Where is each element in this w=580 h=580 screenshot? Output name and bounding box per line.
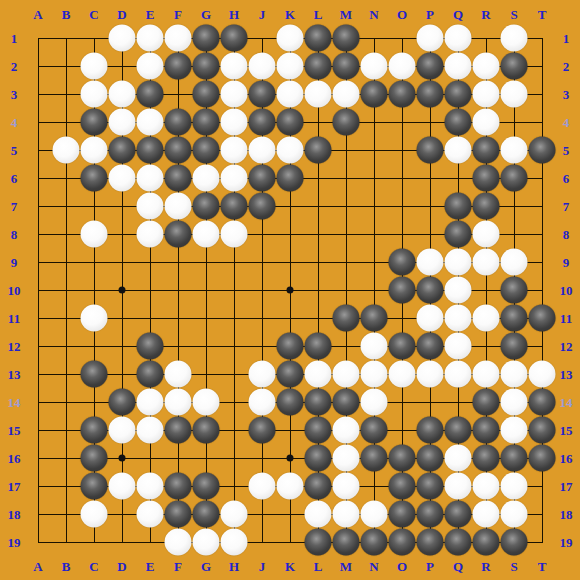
stone-black-R6[interactable]	[473, 165, 500, 192]
stone-black-P10[interactable]	[417, 277, 444, 304]
stone-white-P9[interactable]	[417, 249, 444, 276]
stone-white-R2[interactable]	[473, 53, 500, 80]
stone-white-G14[interactable]	[193, 389, 220, 416]
stone-black-K12[interactable]	[277, 333, 304, 360]
stone-black-R5[interactable]	[473, 137, 500, 164]
hoshi-point-D10	[119, 287, 126, 294]
row-label-left-5: 5	[11, 144, 18, 157]
stone-white-C18[interactable]	[81, 501, 108, 528]
stone-black-T5[interactable]	[529, 137, 556, 164]
col-label-bottom-S: S	[510, 560, 517, 573]
row-label-right-19: 19	[560, 536, 573, 549]
stone-black-P15[interactable]	[417, 417, 444, 444]
stone-white-C11[interactable]	[81, 305, 108, 332]
stone-white-R4[interactable]	[473, 109, 500, 136]
stone-black-F5[interactable]	[165, 137, 192, 164]
stone-white-Q16[interactable]	[445, 445, 472, 472]
stone-black-C13[interactable]	[81, 361, 108, 388]
stone-white-S17[interactable]	[501, 473, 528, 500]
row-label-left-6: 6	[11, 172, 18, 185]
stone-white-Q13[interactable]	[445, 361, 472, 388]
stone-black-L1[interactable]	[305, 25, 332, 52]
row-label-right-5: 5	[563, 144, 570, 157]
stone-white-J17[interactable]	[249, 473, 276, 500]
stone-white-M15[interactable]	[333, 417, 360, 444]
stone-black-D5[interactable]	[109, 137, 136, 164]
stone-black-S11[interactable]	[501, 305, 528, 332]
stone-white-Q5[interactable]	[445, 137, 472, 164]
stone-white-S9[interactable]	[501, 249, 528, 276]
col-label-top-J: J	[259, 8, 266, 21]
stone-black-L16[interactable]	[305, 445, 332, 472]
stone-white-E15[interactable]	[137, 417, 164, 444]
col-label-top-T: T	[538, 8, 547, 21]
stone-white-E17[interactable]	[137, 473, 164, 500]
stone-white-Q11[interactable]	[445, 305, 472, 332]
stone-white-M13[interactable]	[333, 361, 360, 388]
col-label-bottom-G: G	[201, 560, 211, 573]
col-label-bottom-T: T	[538, 560, 547, 573]
stone-black-K4[interactable]	[277, 109, 304, 136]
col-label-bottom-P: P	[426, 560, 434, 573]
stone-white-N13[interactable]	[361, 361, 388, 388]
stone-black-J3[interactable]	[249, 81, 276, 108]
stone-black-R7[interactable]	[473, 193, 500, 220]
col-label-bottom-H: H	[229, 560, 239, 573]
stone-black-S12[interactable]	[501, 333, 528, 360]
stone-black-G18[interactable]	[193, 501, 220, 528]
stone-black-C6[interactable]	[81, 165, 108, 192]
col-label-top-S: S	[510, 8, 517, 21]
stone-black-M2[interactable]	[333, 53, 360, 80]
stone-white-L18[interactable]	[305, 501, 332, 528]
stone-white-K17[interactable]	[277, 473, 304, 500]
col-label-top-O: O	[397, 8, 407, 21]
stone-black-G2[interactable]	[193, 53, 220, 80]
stone-black-Q8[interactable]	[445, 221, 472, 248]
stone-black-M19[interactable]	[333, 529, 360, 556]
stone-black-S19[interactable]	[501, 529, 528, 556]
row-label-right-12: 12	[560, 340, 573, 353]
stone-white-S15[interactable]	[501, 417, 528, 444]
row-label-right-14: 14	[560, 396, 573, 409]
stone-white-E2[interactable]	[137, 53, 164, 80]
stone-white-E14[interactable]	[137, 389, 164, 416]
stone-white-F14[interactable]	[165, 389, 192, 416]
stone-white-D15[interactable]	[109, 417, 136, 444]
stone-black-Q19[interactable]	[445, 529, 472, 556]
stone-black-J4[interactable]	[249, 109, 276, 136]
stone-white-M17[interactable]	[333, 473, 360, 500]
stone-white-F1[interactable]	[165, 25, 192, 52]
stone-black-O19[interactable]	[389, 529, 416, 556]
stone-black-P16[interactable]	[417, 445, 444, 472]
col-label-top-N: N	[369, 8, 378, 21]
stone-white-H5[interactable]	[221, 137, 248, 164]
stone-black-L17[interactable]	[305, 473, 332, 500]
stone-black-G5[interactable]	[193, 137, 220, 164]
stone-white-Q2[interactable]	[445, 53, 472, 80]
stone-white-H2[interactable]	[221, 53, 248, 80]
row-label-right-3: 3	[563, 88, 570, 101]
stone-white-J13[interactable]	[249, 361, 276, 388]
row-label-right-15: 15	[560, 424, 573, 437]
stone-black-G4[interactable]	[193, 109, 220, 136]
stone-white-E8[interactable]	[137, 221, 164, 248]
col-label-top-L: L	[314, 8, 323, 21]
row-label-left-10: 10	[8, 284, 21, 297]
stone-white-D6[interactable]	[109, 165, 136, 192]
row-label-right-6: 6	[563, 172, 570, 185]
row-label-left-16: 16	[8, 452, 21, 465]
stone-black-K14[interactable]	[277, 389, 304, 416]
stone-black-T11[interactable]	[529, 305, 556, 332]
col-label-bottom-O: O	[397, 560, 407, 573]
col-label-top-P: P	[426, 8, 434, 21]
stone-white-R9[interactable]	[473, 249, 500, 276]
stone-white-S14[interactable]	[501, 389, 528, 416]
stone-white-Q12[interactable]	[445, 333, 472, 360]
row-label-left-11: 11	[8, 312, 20, 325]
row-label-left-14: 14	[8, 396, 21, 409]
stone-white-K3[interactable]	[277, 81, 304, 108]
stone-white-M16[interactable]	[333, 445, 360, 472]
row-label-right-11: 11	[560, 312, 572, 325]
hoshi-point-D16	[119, 455, 126, 462]
stone-white-N2[interactable]	[361, 53, 388, 80]
row-label-left-9: 9	[11, 256, 18, 269]
stone-white-Q1[interactable]	[445, 25, 472, 52]
stone-white-M3[interactable]	[333, 81, 360, 108]
stone-black-T15[interactable]	[529, 417, 556, 444]
col-label-top-D: D	[117, 8, 126, 21]
stone-white-C8[interactable]	[81, 221, 108, 248]
col-label-bottom-F: F	[174, 560, 182, 573]
stone-white-K2[interactable]	[277, 53, 304, 80]
row-label-right-1: 1	[563, 32, 570, 45]
stone-white-R13[interactable]	[473, 361, 500, 388]
stone-black-M11[interactable]	[333, 305, 360, 332]
col-label-top-M: M	[340, 8, 352, 21]
stone-black-E13[interactable]	[137, 361, 164, 388]
stone-white-D4[interactable]	[109, 109, 136, 136]
row-label-left-2: 2	[11, 60, 18, 73]
stone-black-L14[interactable]	[305, 389, 332, 416]
stone-black-O9[interactable]	[389, 249, 416, 276]
stone-black-F6[interactable]	[165, 165, 192, 192]
col-label-bottom-R: R	[481, 560, 490, 573]
stone-white-L13[interactable]	[305, 361, 332, 388]
row-label-right-16: 16	[560, 452, 573, 465]
hoshi-point-K16	[287, 455, 294, 462]
stone-black-F17[interactable]	[165, 473, 192, 500]
row-label-left-15: 15	[8, 424, 21, 437]
row-label-left-3: 3	[11, 88, 18, 101]
stone-white-N14[interactable]	[361, 389, 388, 416]
stone-white-K1[interactable]	[277, 25, 304, 52]
stone-white-E6[interactable]	[137, 165, 164, 192]
stone-white-G8[interactable]	[193, 221, 220, 248]
stone-black-O12[interactable]	[389, 333, 416, 360]
stone-black-O17[interactable]	[389, 473, 416, 500]
stone-white-E7[interactable]	[137, 193, 164, 220]
stone-black-O10[interactable]	[389, 277, 416, 304]
stone-black-Q3[interactable]	[445, 81, 472, 108]
stone-black-S16[interactable]	[501, 445, 528, 472]
stone-black-O3[interactable]	[389, 81, 416, 108]
row-label-left-8: 8	[11, 228, 18, 241]
row-label-right-7: 7	[563, 200, 570, 213]
stone-black-C16[interactable]	[81, 445, 108, 472]
stone-black-M4[interactable]	[333, 109, 360, 136]
stone-black-T16[interactable]	[529, 445, 556, 472]
stone-white-S5[interactable]	[501, 137, 528, 164]
stone-white-S3[interactable]	[501, 81, 528, 108]
row-label-right-13: 13	[560, 368, 573, 381]
stone-black-F2[interactable]	[165, 53, 192, 80]
col-label-top-F: F	[174, 8, 182, 21]
stone-black-S10[interactable]	[501, 277, 528, 304]
stone-white-G19[interactable]	[193, 529, 220, 556]
stone-black-E3[interactable]	[137, 81, 164, 108]
stone-white-R18[interactable]	[473, 501, 500, 528]
stone-white-H8[interactable]	[221, 221, 248, 248]
row-label-left-4: 4	[11, 116, 18, 129]
stone-black-J15[interactable]	[249, 417, 276, 444]
stone-black-C15[interactable]	[81, 417, 108, 444]
stone-white-O13[interactable]	[389, 361, 416, 388]
stone-black-M14[interactable]	[333, 389, 360, 416]
stone-white-C2[interactable]	[81, 53, 108, 80]
stone-black-P19[interactable]	[417, 529, 444, 556]
stone-white-D1[interactable]	[109, 25, 136, 52]
row-label-right-4: 4	[563, 116, 570, 129]
stone-white-E18[interactable]	[137, 501, 164, 528]
stone-white-B5[interactable]	[53, 137, 80, 164]
stone-black-C4[interactable]	[81, 109, 108, 136]
col-label-top-E: E	[146, 8, 155, 21]
stone-white-H18[interactable]	[221, 501, 248, 528]
col-label-top-B: B	[62, 8, 71, 21]
row-label-right-9: 9	[563, 256, 570, 269]
stone-black-E5[interactable]	[137, 137, 164, 164]
stone-white-F13[interactable]	[165, 361, 192, 388]
stone-white-O2[interactable]	[389, 53, 416, 80]
stone-white-J14[interactable]	[249, 389, 276, 416]
stone-white-R8[interactable]	[473, 221, 500, 248]
row-label-left-18: 18	[8, 508, 21, 521]
row-label-left-12: 12	[8, 340, 21, 353]
stone-black-T14[interactable]	[529, 389, 556, 416]
stone-black-Q15[interactable]	[445, 417, 472, 444]
stone-black-F4[interactable]	[165, 109, 192, 136]
stone-white-K5[interactable]	[277, 137, 304, 164]
col-label-bottom-D: D	[117, 560, 126, 573]
stone-black-E12[interactable]	[137, 333, 164, 360]
stone-black-H1[interactable]	[221, 25, 248, 52]
col-label-bottom-A: A	[33, 560, 42, 573]
stone-white-H3[interactable]	[221, 81, 248, 108]
stone-white-L3[interactable]	[305, 81, 332, 108]
stone-white-C5[interactable]	[81, 137, 108, 164]
stone-black-K6[interactable]	[277, 165, 304, 192]
col-label-bottom-M: M	[340, 560, 352, 573]
stone-black-O16[interactable]	[389, 445, 416, 472]
stone-white-E1[interactable]	[137, 25, 164, 52]
stone-white-E4[interactable]	[137, 109, 164, 136]
col-label-bottom-Q: Q	[453, 560, 463, 573]
row-label-right-17: 17	[560, 480, 573, 493]
stone-black-O18[interactable]	[389, 501, 416, 528]
col-label-top-K: K	[285, 8, 295, 21]
stone-black-N15[interactable]	[361, 417, 388, 444]
stone-black-L2[interactable]	[305, 53, 332, 80]
stone-white-P13[interactable]	[417, 361, 444, 388]
row-label-right-18: 18	[560, 508, 573, 521]
stone-black-P2[interactable]	[417, 53, 444, 80]
col-label-top-H: H	[229, 8, 239, 21]
stone-black-N19[interactable]	[361, 529, 388, 556]
stone-white-R3[interactable]	[473, 81, 500, 108]
stone-black-M1[interactable]	[333, 25, 360, 52]
col-label-top-A: A	[33, 8, 42, 21]
stone-black-K13[interactable]	[277, 361, 304, 388]
stone-white-G6[interactable]	[193, 165, 220, 192]
stone-white-J2[interactable]	[249, 53, 276, 80]
stone-white-N12[interactable]	[361, 333, 388, 360]
col-label-top-C: C	[89, 8, 98, 21]
stone-black-P12[interactable]	[417, 333, 444, 360]
stone-white-P1[interactable]	[417, 25, 444, 52]
col-label-bottom-K: K	[285, 560, 295, 573]
stone-black-G3[interactable]	[193, 81, 220, 108]
stone-black-P5[interactable]	[417, 137, 444, 164]
stone-black-Q4[interactable]	[445, 109, 472, 136]
stone-white-F19[interactable]	[165, 529, 192, 556]
stone-black-N16[interactable]	[361, 445, 388, 472]
stone-black-H7[interactable]	[221, 193, 248, 220]
stone-white-C3[interactable]	[81, 81, 108, 108]
stone-white-R17[interactable]	[473, 473, 500, 500]
stone-white-D3[interactable]	[109, 81, 136, 108]
row-label-right-2: 2	[563, 60, 570, 73]
stone-black-N11[interactable]	[361, 305, 388, 332]
stone-white-H19[interactable]	[221, 529, 248, 556]
col-label-bottom-C: C	[89, 560, 98, 573]
stone-black-G15[interactable]	[193, 417, 220, 444]
row-label-left-7: 7	[11, 200, 18, 213]
col-label-bottom-N: N	[369, 560, 378, 573]
stone-black-R19[interactable]	[473, 529, 500, 556]
stone-black-G17[interactable]	[193, 473, 220, 500]
col-label-top-Q: Q	[453, 8, 463, 21]
row-label-right-10: 10	[560, 284, 573, 297]
stone-white-Q17[interactable]	[445, 473, 472, 500]
stone-white-S1[interactable]	[501, 25, 528, 52]
stone-black-F18[interactable]	[165, 501, 192, 528]
stone-black-S6[interactable]	[501, 165, 528, 192]
stone-white-T13[interactable]	[529, 361, 556, 388]
stone-black-P17[interactable]	[417, 473, 444, 500]
row-label-right-8: 8	[563, 228, 570, 241]
stone-white-R11[interactable]	[473, 305, 500, 332]
col-label-top-R: R	[481, 8, 490, 21]
stone-white-F7[interactable]	[165, 193, 192, 220]
col-label-bottom-J: J	[259, 560, 266, 573]
stone-white-J5[interactable]	[249, 137, 276, 164]
stone-black-S2[interactable]	[501, 53, 528, 80]
col-label-bottom-E: E	[146, 560, 155, 573]
stone-black-Q18[interactable]	[445, 501, 472, 528]
stone-black-F8[interactable]	[165, 221, 192, 248]
go-board[interactable]: AABBCCDDEEFFGGHHJJKKLLMMNNOOPPQQRRSSTT11…	[0, 0, 580, 580]
row-label-left-1: 1	[11, 32, 18, 45]
stone-white-S13[interactable]	[501, 361, 528, 388]
stone-black-R16[interactable]	[473, 445, 500, 472]
hoshi-point-K10	[287, 287, 294, 294]
stone-white-Q10[interactable]	[445, 277, 472, 304]
stone-white-M18[interactable]	[333, 501, 360, 528]
stone-black-L5[interactable]	[305, 137, 332, 164]
stone-black-R14[interactable]	[473, 389, 500, 416]
stone-white-S18[interactable]	[501, 501, 528, 528]
stone-black-L15[interactable]	[305, 417, 332, 444]
stone-white-N18[interactable]	[361, 501, 388, 528]
stone-black-R15[interactable]	[473, 417, 500, 444]
stone-black-D14[interactable]	[109, 389, 136, 416]
stone-black-J7[interactable]	[249, 193, 276, 220]
stone-black-J6[interactable]	[249, 165, 276, 192]
stone-black-G7[interactable]	[193, 193, 220, 220]
stone-black-G1[interactable]	[193, 25, 220, 52]
stone-white-Q9[interactable]	[445, 249, 472, 276]
stone-white-H6[interactable]	[221, 165, 248, 192]
stone-black-P18[interactable]	[417, 501, 444, 528]
row-label-left-13: 13	[8, 368, 21, 381]
col-label-bottom-B: B	[62, 560, 71, 573]
row-label-left-17: 17	[8, 480, 21, 493]
stone-black-F15[interactable]	[165, 417, 192, 444]
stone-black-C17[interactable]	[81, 473, 108, 500]
col-label-top-G: G	[201, 8, 211, 21]
row-label-left-19: 19	[8, 536, 21, 549]
stone-white-P11[interactable]	[417, 305, 444, 332]
stone-black-N3[interactable]	[361, 81, 388, 108]
stone-black-P3[interactable]	[417, 81, 444, 108]
col-label-bottom-L: L	[314, 560, 323, 573]
stone-black-L19[interactable]	[305, 529, 332, 556]
stone-white-D17[interactable]	[109, 473, 136, 500]
stone-white-H4[interactable]	[221, 109, 248, 136]
stone-black-Q7[interactable]	[445, 193, 472, 220]
stone-black-L12[interactable]	[305, 333, 332, 360]
